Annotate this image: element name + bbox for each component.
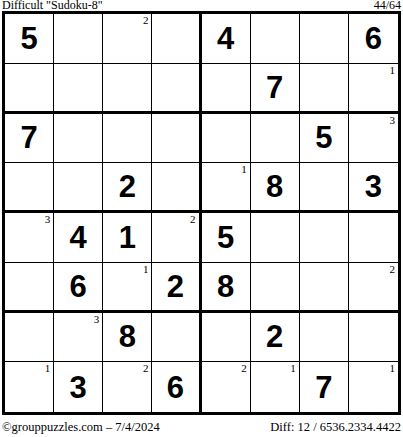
cell-r4c8[interactable]: 3 [349,163,398,213]
puzzle-footer: ©grouppuzzles.com – 7/4/2024 Diff: 12 / … [0,420,403,434]
corner-mark: 1 [143,263,149,276]
given-digit: 3 [365,171,382,202]
cell-r2c7[interactable] [300,64,349,114]
cell-r2c3[interactable] [103,64,152,114]
given-digit: 1 [119,222,136,253]
cell-r1c7[interactable] [300,14,349,64]
cell-r2c6[interactable]: 7 [251,64,300,114]
given-digit: 5 [20,23,37,54]
given-digit: 4 [217,23,234,54]
cell-r4c4[interactable] [152,163,201,213]
cell-r5c5[interactable]: 5 [202,213,251,263]
cell-r6c2[interactable]: 6 [54,263,103,313]
given-digit: 5 [217,222,234,253]
corner-mark: 2 [241,362,247,375]
given-digit: 8 [266,171,283,202]
cell-r7c4[interactable] [152,313,201,363]
cell-r4c2[interactable] [54,163,103,213]
cell-r8c4[interactable]: 6 [152,362,201,412]
cell-r1c5[interactable]: 4 [202,14,251,64]
sudoku-board: 5246717532183341256128238213262171 [2,11,401,415]
given-digit: 6 [167,372,184,403]
cell-r6c8[interactable]: 2 [349,263,398,313]
cell-r1c6[interactable] [251,14,300,64]
cell-r6c1[interactable] [5,263,54,313]
corner-mark: 2 [143,362,149,375]
given-digit: 7 [315,372,332,403]
given-digit: 4 [70,222,87,253]
cell-r1c3[interactable]: 2 [103,14,152,64]
puzzle-title: Difficult "Sudoku-8" [2,0,103,11]
cell-r5c8[interactable] [349,213,398,263]
cell-r7c1[interactable] [5,313,54,363]
cell-r6c6[interactable] [251,263,300,313]
corner-mark: 2 [190,213,196,226]
cell-r7c2[interactable]: 3 [54,313,103,363]
corner-mark: 2 [143,14,149,27]
given-digit: 6 [70,271,87,302]
cell-r7c3[interactable]: 8 [103,313,152,363]
cell-r7c7[interactable] [300,313,349,363]
cell-r5c7[interactable] [300,213,349,263]
cell-r6c5[interactable]: 8 [202,263,251,313]
corner-mark: 1 [390,362,396,375]
cell-r8c3[interactable]: 2 [103,362,152,412]
cell-r5c6[interactable] [251,213,300,263]
given-digit: 6 [365,23,382,54]
cell-r3c5[interactable] [202,114,251,164]
cell-r1c8[interactable]: 6 [349,14,398,64]
cell-r3c2[interactable] [54,114,103,164]
cell-r1c2[interactable] [54,14,103,64]
cell-r2c1[interactable] [5,64,54,114]
cell-r8c5[interactable]: 2 [202,362,251,412]
corner-mark: 1 [290,362,296,375]
corner-mark: 1 [45,362,51,375]
cell-r8c2[interactable]: 3 [54,362,103,412]
given-digit: 2 [167,271,184,302]
cell-r1c1[interactable]: 5 [5,14,54,64]
cell-r3c7[interactable]: 5 [300,114,349,164]
cell-r4c7[interactable] [300,163,349,213]
cell-r3c1[interactable]: 7 [5,114,54,164]
cell-r2c5[interactable] [202,64,251,114]
given-digit: 7 [20,122,37,153]
given-digit: 8 [217,271,234,302]
empty-cell-counter: 44/64 [374,0,401,11]
given-digit: 8 [119,321,136,352]
given-digit: 3 [70,372,87,403]
cell-r5c3[interactable]: 1 [103,213,152,263]
corner-mark: 1 [241,163,247,176]
cell-r8c1[interactable]: 1 [5,362,54,412]
cell-r6c3[interactable]: 1 [103,263,152,313]
corner-mark: 1 [390,64,396,77]
cell-r3c3[interactable] [103,114,152,164]
cell-r6c4[interactable]: 2 [152,263,201,313]
corner-mark: 3 [94,313,100,326]
given-digit: 5 [315,122,332,153]
given-digit: 7 [266,72,283,103]
cell-r2c2[interactable] [54,64,103,114]
difficulty-rating: Diff: 12 / 6536.2334.4422 [270,420,401,434]
copyright-date: ©grouppuzzles.com – 7/4/2024 [2,420,160,434]
cell-r2c8[interactable]: 1 [349,64,398,114]
cell-r6c7[interactable] [300,263,349,313]
cell-r1c4[interactable] [152,14,201,64]
cell-r8c8[interactable]: 1 [349,362,398,412]
cell-r4c5[interactable]: 1 [202,163,251,213]
cell-r3c4[interactable] [152,114,201,164]
cell-r4c6[interactable]: 8 [251,163,300,213]
corner-mark: 3 [45,213,51,226]
corner-mark: 3 [390,114,396,127]
cell-r7c5[interactable] [202,313,251,363]
cell-r7c6[interactable]: 2 [251,313,300,363]
cell-r7c8[interactable] [349,313,398,363]
cell-r5c4[interactable]: 2 [152,213,201,263]
given-digit: 2 [119,171,136,202]
corner-mark: 2 [390,263,396,276]
cell-r4c3[interactable]: 2 [103,163,152,213]
cell-r8c7[interactable]: 7 [300,362,349,412]
puzzle-header: Difficult "Sudoku-8" 44/64 [0,0,403,11]
cell-r2c4[interactable] [152,64,201,114]
cell-r3c8[interactable]: 3 [349,114,398,164]
cell-r3c6[interactable] [251,114,300,164]
cell-r5c1[interactable]: 3 [5,213,54,263]
cell-r4c1[interactable] [5,163,54,213]
given-digit: 2 [266,321,283,352]
cell-r8c6[interactable]: 1 [251,362,300,412]
cell-r5c2[interactable]: 4 [54,213,103,263]
